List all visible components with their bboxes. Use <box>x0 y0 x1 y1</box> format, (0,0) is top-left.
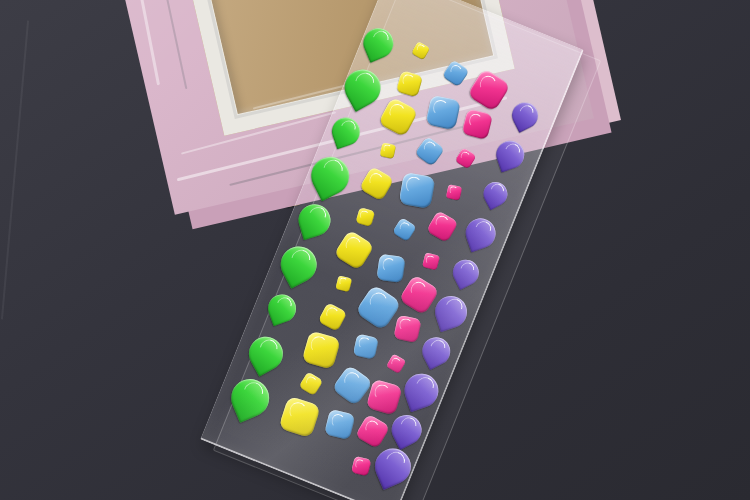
purple-teardrop-sticker <box>508 98 543 133</box>
magenta-square-sticker <box>398 274 439 315</box>
green-teardrop-sticker <box>274 240 323 289</box>
yellow-square-sticker <box>378 97 419 138</box>
magenta-square-sticker <box>467 68 511 112</box>
yellow-square-sticker <box>299 371 324 396</box>
blue-square-sticker <box>399 172 436 209</box>
blue-square-sticker <box>414 136 445 167</box>
magenta-square-sticker <box>422 252 440 270</box>
blue-square-sticker <box>442 60 470 88</box>
yellow-square-sticker <box>411 41 430 60</box>
yellow-square-sticker <box>359 166 395 202</box>
purple-teardrop-sticker <box>400 369 443 412</box>
yellow-square-sticker <box>335 275 352 292</box>
green-teardrop-sticker <box>243 331 289 377</box>
yellow-square-sticker <box>278 396 321 439</box>
yellow-square-sticker <box>396 70 423 97</box>
blue-square-sticker <box>376 254 405 283</box>
green-teardrop-sticker <box>264 291 300 327</box>
green-teardrop-sticker <box>225 373 275 423</box>
blue-square-sticker <box>353 334 379 360</box>
purple-teardrop-sticker <box>492 137 528 173</box>
green-teardrop-sticker <box>328 114 364 150</box>
blue-square-sticker <box>392 217 417 242</box>
magenta-square-sticker <box>462 108 494 140</box>
yellow-square-sticker <box>318 302 348 332</box>
magenta-square-sticker <box>355 414 391 450</box>
blue-square-sticker <box>324 409 356 441</box>
magenta-square-sticker <box>393 315 421 343</box>
green-teardrop-sticker <box>294 200 334 240</box>
magenta-square-sticker <box>455 147 477 169</box>
magenta-square-sticker <box>446 184 463 201</box>
magenta-square-sticker <box>366 379 403 416</box>
blue-square-sticker <box>425 95 461 131</box>
purple-teardrop-sticker <box>448 255 483 290</box>
purple-teardrop-sticker <box>462 214 500 252</box>
backdrop-seam <box>1 20 29 319</box>
magenta-square-sticker <box>426 210 459 243</box>
yellow-square-sticker <box>380 142 397 159</box>
purple-teardrop-sticker <box>417 333 455 371</box>
green-teardrop-sticker <box>359 24 398 63</box>
purple-teardrop-sticker <box>386 410 426 450</box>
purple-teardrop-sticker <box>479 178 511 210</box>
scene <box>0 0 750 500</box>
magenta-square-sticker <box>386 353 406 373</box>
yellow-square-sticker <box>355 207 375 227</box>
magenta-square-sticker <box>351 455 372 476</box>
blue-square-sticker <box>355 284 402 331</box>
yellow-square-sticker <box>301 330 341 370</box>
frame-clasp <box>195 212 217 226</box>
purple-teardrop-sticker <box>431 292 471 332</box>
yellow-square-sticker <box>333 230 374 271</box>
